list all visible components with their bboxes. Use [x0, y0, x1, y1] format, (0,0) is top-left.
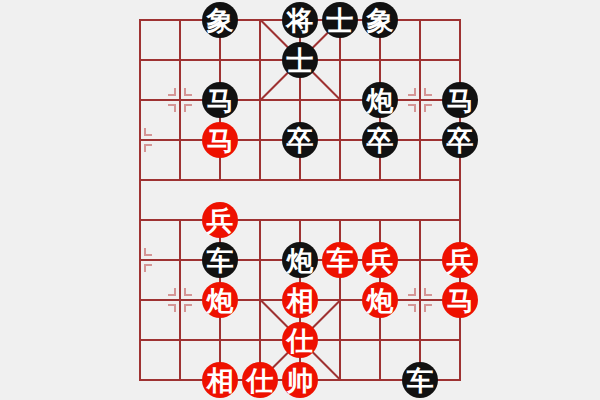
- red-soldier[interactable]: 兵: [442, 242, 478, 278]
- point-marker: [168, 288, 176, 296]
- point-marker: [408, 288, 416, 296]
- point-marker: [424, 104, 432, 112]
- red-advisor[interactable]: 仕: [242, 362, 278, 398]
- black-cannon[interactable]: 炮: [362, 82, 398, 118]
- point-marker: [424, 304, 432, 312]
- point-marker: [144, 264, 152, 272]
- point-marker: [184, 304, 192, 312]
- black-horse[interactable]: 马: [442, 82, 478, 118]
- point-marker: [168, 104, 176, 112]
- black-chariot[interactable]: 车: [402, 362, 438, 398]
- red-soldier[interactable]: 兵: [202, 202, 238, 238]
- point-marker: [144, 248, 152, 256]
- point-marker: [424, 288, 432, 296]
- red-soldier[interactable]: 兵: [362, 242, 398, 278]
- black-advisor[interactable]: 士: [282, 42, 318, 78]
- red-horse[interactable]: 马: [442, 282, 478, 318]
- black-king[interactable]: 将: [282, 2, 318, 38]
- point-marker: [144, 144, 152, 152]
- grid-line: [419, 219, 421, 381]
- red-cannon[interactable]: 炮: [362, 282, 398, 318]
- grid-line: [139, 19, 141, 381]
- point-marker: [424, 88, 432, 96]
- black-elephant[interactable]: 象: [202, 2, 238, 38]
- red-horse[interactable]: 马: [202, 122, 238, 158]
- grid-line: [419, 19, 421, 181]
- app-background: 象将士象士马炮马马卒卒卒兵车炮车兵兵炮相炮马仕相仕帅车: [0, 0, 600, 400]
- xiangqi-board: 象将士象士马炮马马卒卒卒兵车炮车兵兵炮相炮马仕相仕帅车: [140, 20, 460, 380]
- grid-line: [459, 19, 461, 381]
- red-cannon[interactable]: 炮: [202, 282, 238, 318]
- red-king[interactable]: 帅: [282, 362, 318, 398]
- point-marker: [184, 104, 192, 112]
- black-soldier[interactable]: 卒: [282, 122, 318, 158]
- point-marker: [144, 128, 152, 136]
- black-chariot[interactable]: 车: [202, 242, 238, 278]
- black-soldier[interactable]: 卒: [442, 122, 478, 158]
- point-marker: [168, 88, 176, 96]
- point-marker: [184, 288, 192, 296]
- point-marker: [184, 88, 192, 96]
- point-marker: [408, 304, 416, 312]
- red-advisor[interactable]: 仕: [282, 322, 318, 358]
- black-horse[interactable]: 马: [202, 82, 238, 118]
- red-elephant[interactable]: 相: [282, 282, 318, 318]
- red-elephant[interactable]: 相: [202, 362, 238, 398]
- red-chariot[interactable]: 车: [322, 242, 358, 278]
- black-cannon[interactable]: 炮: [282, 242, 318, 278]
- black-soldier[interactable]: 卒: [362, 122, 398, 158]
- point-marker: [408, 88, 416, 96]
- black-advisor[interactable]: 士: [322, 2, 358, 38]
- grid-line: [179, 19, 181, 181]
- point-marker: [168, 304, 176, 312]
- grid-line: [179, 219, 181, 381]
- point-marker: [408, 104, 416, 112]
- black-elephant[interactable]: 象: [362, 2, 398, 38]
